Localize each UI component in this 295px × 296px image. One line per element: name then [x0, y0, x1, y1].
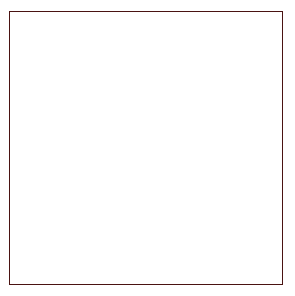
board-squares [10, 12, 282, 284]
board-frame [0, 0, 292, 293]
cropped-watermark [0, 292, 295, 296]
chess-board-screenshot [0, 0, 295, 296]
